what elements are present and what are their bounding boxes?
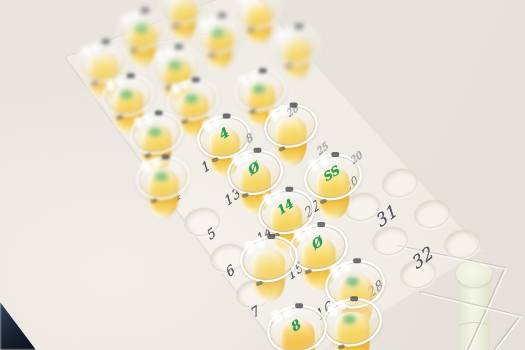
cap-glare <box>115 76 126 88</box>
rack-plate-edge <box>420 292 520 350</box>
photo-scene: 45671213141516202228313228252084ØSS14Ø8 <box>0 0 525 350</box>
cap-glare <box>275 29 286 41</box>
cap-glare <box>180 80 191 92</box>
cap-glare <box>154 49 165 62</box>
cap-glare <box>129 11 139 22</box>
tube-cap-rim <box>268 21 324 69</box>
sample-tube: 8 <box>269 301 325 350</box>
sample-tube <box>324 294 380 350</box>
cap-glare <box>90 42 101 54</box>
green-marker-smudge <box>155 172 168 181</box>
cap-glare <box>340 261 353 275</box>
cap-glare <box>162 0 173 2</box>
cap-glare <box>198 18 209 30</box>
cap-glare <box>238 73 249 86</box>
tube-cap-rim <box>236 230 302 287</box>
cap-glare <box>254 236 266 249</box>
sample-tube <box>242 232 296 286</box>
cap-glare <box>140 160 152 174</box>
cap-glare <box>143 113 154 125</box>
cap-glare <box>201 119 213 133</box>
sample-tube <box>132 109 181 158</box>
green-marker-smudge <box>252 84 265 93</box>
sample-tube <box>274 23 319 68</box>
green-marker-smudge <box>168 60 181 69</box>
green-marker-smudge <box>148 127 161 136</box>
cap-glare <box>163 46 174 57</box>
cap-glare <box>237 0 248 6</box>
cap-glare <box>268 108 280 122</box>
sample-tube <box>197 12 242 57</box>
cap-glare <box>247 70 258 81</box>
sample-tube <box>138 153 188 203</box>
cap-glare <box>337 299 350 313</box>
